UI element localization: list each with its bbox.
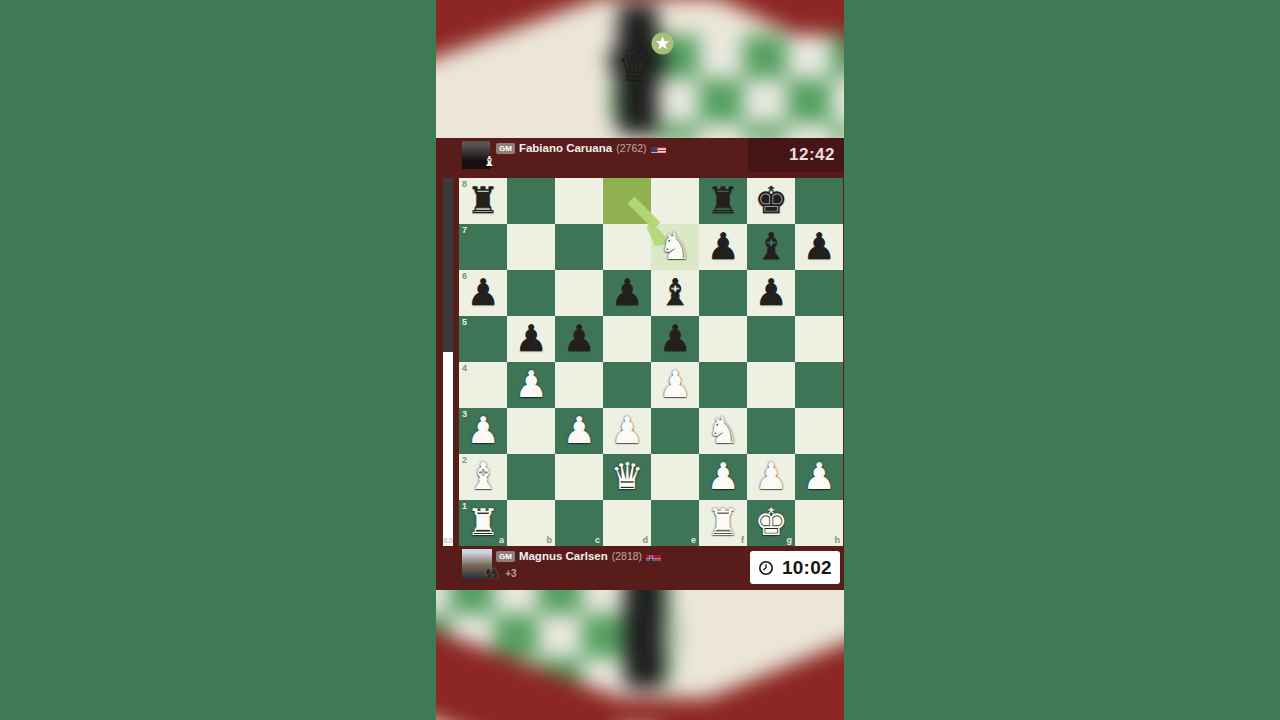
white-pawn[interactable]: ♟ [555,408,603,454]
square-b3[interactable] [507,408,555,454]
square-g1[interactable]: g♚ [747,500,795,546]
square-g3[interactable] [747,408,795,454]
player-clock: 10:02 [750,551,840,584]
rank-label: 7 [462,225,467,235]
square-c1[interactable]: c [555,500,603,546]
file-label: b [547,535,553,545]
opponent-bar[interactable]: GM Fabiano Caruana (2762) ♝ 12:42 [436,138,844,172]
square-e1[interactable]: e [651,500,699,546]
square-b4[interactable]: ♟ [507,362,555,408]
square-d2[interactable]: ♛ [603,454,651,500]
square-h2[interactable]: ♟ [795,454,843,500]
square-c2[interactable] [555,454,603,500]
square-a3[interactable]: 3♟ [459,408,507,454]
square-d4[interactable] [603,362,651,408]
square-a1[interactable]: 1a♜ [459,500,507,546]
file-label: e [691,535,696,545]
white-pawn[interactable]: ♟ [795,454,843,500]
square-d8[interactable] [603,178,651,224]
square-f6[interactable] [699,270,747,316]
best-move-star-icon [651,32,674,55]
square-h8[interactable] [795,178,843,224]
white-rook[interactable]: ♜ [459,500,507,546]
black-bishop[interactable]: ♝ [747,224,795,270]
square-d3[interactable]: ♟ [603,408,651,454]
square-b7[interactable] [507,224,555,270]
player-clock-time: 10:02 [782,557,832,579]
opponent-clock: 12:42 [748,138,844,172]
square-g2[interactable]: ♟ [747,454,795,500]
clock-icon [758,560,774,576]
black-pawn[interactable]: ♟ [603,270,651,316]
material-advantage: +3 [505,568,516,579]
white-queen[interactable]: ♛ [603,454,651,500]
rank-label: 4 [462,363,467,373]
player-rating: (2818) [612,550,642,562]
white-pawn[interactable]: ♟ [507,362,555,408]
black-pawn[interactable]: ♟ [651,316,699,362]
black-rook[interactable]: ♜ [459,178,507,224]
square-f2[interactable]: ♟ [699,454,747,500]
captured-pieces-top: ♝ [483,153,496,169]
gm-title-badge: GM [496,551,515,562]
square-c5[interactable]: ♟ [555,316,603,362]
square-g6[interactable]: ♟ [747,270,795,316]
square-c8[interactable] [555,178,603,224]
player-name: Fabiano Caruana [519,142,612,154]
square-d5[interactable] [603,316,651,362]
file-label: d [643,535,649,545]
evaluation-value: 0.0 [443,537,453,544]
square-e3[interactable] [651,408,699,454]
square-g4[interactable] [747,362,795,408]
square-f8[interactable]: ♜ [699,178,747,224]
chess-board[interactable]: 8♜♜♚7♞♟♝♟6♟♟♝♟5♟♟♟4♟♟3♟♟♟♞2♝♛♟♟♟1a♜bcdef… [459,178,843,546]
square-e2[interactable] [651,454,699,500]
square-b1[interactable]: b [507,500,555,546]
square-a2[interactable]: 2♝ [459,454,507,500]
file-label: c [595,535,600,545]
square-a7[interactable]: 7 [459,224,507,270]
square-b2[interactable] [507,454,555,500]
square-a6[interactable]: 6♟ [459,270,507,316]
white-pawn[interactable]: ♟ [747,454,795,500]
white-rook[interactable]: ♜ [699,500,747,546]
square-c3[interactable]: ♟ [555,408,603,454]
gm-title-badge: GM [496,143,515,154]
us-flag-icon [651,143,666,153]
square-d1[interactable]: d [603,500,651,546]
file-label: h [835,535,841,545]
evaluation-bar: 0.0 [443,178,453,546]
square-c4[interactable] [555,362,603,408]
square-a5[interactable]: 5 [459,316,507,362]
background-red-arc [526,698,766,720]
square-c6[interactable] [555,270,603,316]
black-pawn[interactable]: ♟ [555,316,603,362]
square-a4[interactable]: 4 [459,362,507,408]
black-pawn[interactable]: ♟ [699,224,747,270]
white-knight[interactable]: ♞ [699,408,747,454]
square-b8[interactable] [507,178,555,224]
white-king[interactable]: ♚ [747,500,795,546]
video-column: GM Fabiano Caruana (2762) ♝ 12:42 0.0 8♜… [436,0,844,720]
square-g8[interactable]: ♚ [747,178,795,224]
square-e8[interactable] [651,178,699,224]
black-king[interactable]: ♚ [747,178,795,224]
norway-flag-icon [646,551,661,561]
player-name: Magnus Carlsen [519,550,608,562]
square-b5[interactable]: ♟ [507,316,555,362]
square-g5[interactable] [747,316,795,362]
square-e4[interactable]: ♟ [651,362,699,408]
captured-pieces-bottom: ♞♞+3 [483,565,517,581]
evaluation-bar-black-portion [443,178,453,352]
square-h7[interactable]: ♟ [795,224,843,270]
square-e5[interactable]: ♟ [651,316,699,362]
square-g7[interactable]: ♝ [747,224,795,270]
black-pawn[interactable]: ♟ [747,270,795,316]
black-rook[interactable]: ♜ [699,178,747,224]
rank-label: 5 [462,317,467,327]
white-knight[interactable]: ♞ [651,224,699,270]
white-pawn[interactable]: ♟ [651,362,699,408]
black-pawn[interactable]: ♟ [459,270,507,316]
square-h6[interactable] [795,270,843,316]
square-h5[interactable] [795,316,843,362]
square-c7[interactable] [555,224,603,270]
white-pawn[interactable]: ♟ [603,408,651,454]
black-bishop[interactable]: ♝ [651,270,699,316]
player-bar[interactable]: GM Magnus Carlsen (2818) ♞♞+3 10:02 [436,546,844,590]
square-h4[interactable] [795,362,843,408]
white-bishop[interactable]: ♝ [459,454,507,500]
white-pawn[interactable]: ♟ [699,454,747,500]
square-d7[interactable] [603,224,651,270]
black-pawn[interactable]: ♟ [795,224,843,270]
square-f5[interactable] [699,316,747,362]
square-d6[interactable]: ♟ [603,270,651,316]
square-h1[interactable]: h [795,500,843,546]
square-f4[interactable] [699,362,747,408]
captured-black-knight-icon: ♞ [489,565,502,581]
square-a8[interactable]: 8♜ [459,178,507,224]
black-pawn[interactable]: ♟ [507,316,555,362]
square-b6[interactable] [507,270,555,316]
white-pawn[interactable]: ♟ [459,408,507,454]
square-f3[interactable]: ♞ [699,408,747,454]
square-e6[interactable]: ♝ [651,270,699,316]
captured-white-bishop-icon: ♝ [483,153,496,169]
square-e7[interactable]: ♞ [651,224,699,270]
square-f7[interactable]: ♟ [699,224,747,270]
square-h3[interactable] [795,408,843,454]
square-f1[interactable]: f♜ [699,500,747,546]
player-rating: (2762) [616,142,646,154]
